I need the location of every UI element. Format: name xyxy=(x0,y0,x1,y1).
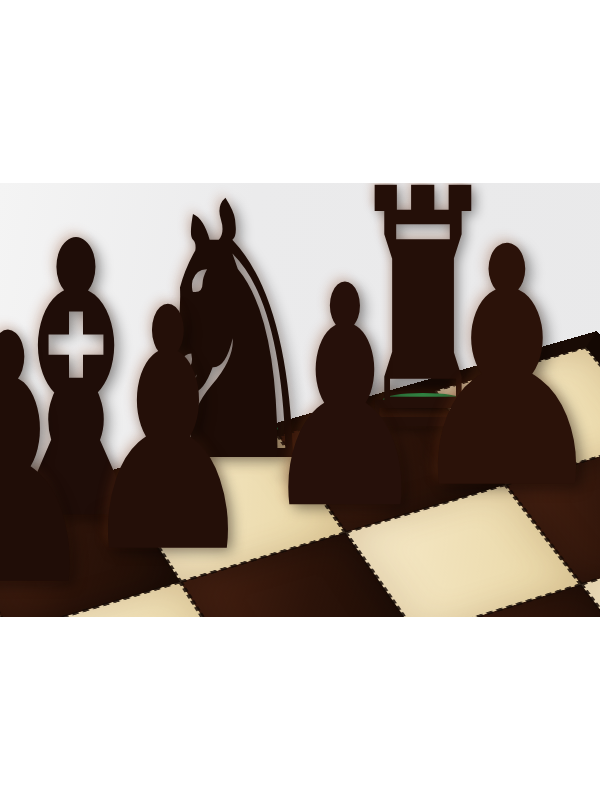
product-photo: ♟♝♟♞♟♜♟ xyxy=(0,183,600,617)
chess-piece-pawn-left-edge: ♟ xyxy=(0,290,101,617)
chess-piece-pawn-2: ♟ xyxy=(78,265,258,599)
chess-piece-pawn-3: ♟ xyxy=(260,246,430,551)
photo-canvas: ♟♝♟♞♟♜♟ xyxy=(0,0,600,800)
white-band-top xyxy=(0,0,600,183)
pieces-layer: ♟♝♟♞♟♜♟ xyxy=(0,183,600,617)
white-band-bottom xyxy=(0,617,600,800)
chess-piece-pawn-4: ♟ xyxy=(403,205,600,535)
